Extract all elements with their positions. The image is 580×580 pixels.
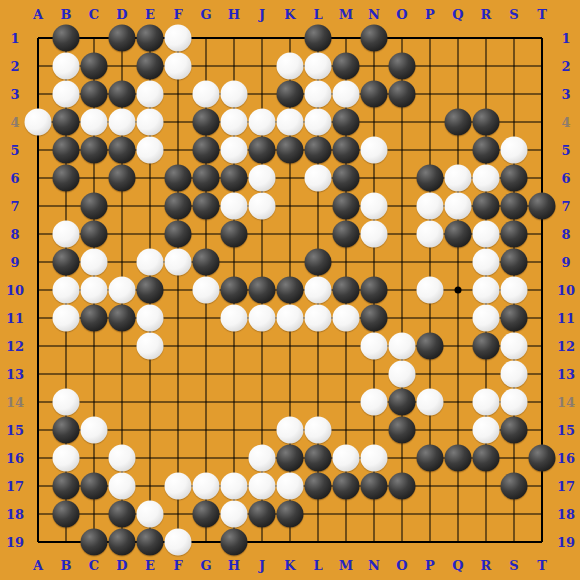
stone-white-M11 <box>333 305 360 332</box>
stone-white-J11 <box>249 305 276 332</box>
stone-black-G18 <box>193 501 220 528</box>
row-label-left-1: 1 <box>10 32 19 45</box>
col-label-top-M: M <box>339 8 353 21</box>
stone-white-R6 <box>473 165 500 192</box>
stone-black-L5 <box>305 137 332 164</box>
stone-white-L11 <box>305 305 332 332</box>
col-label-bottom-N: N <box>368 559 380 572</box>
col-label-top-O: O <box>396 8 407 21</box>
stone-white-K17 <box>277 473 304 500</box>
stone-white-D10 <box>109 277 136 304</box>
stone-white-S5 <box>501 137 528 164</box>
stone-black-S17 <box>501 473 528 500</box>
stone-black-J5 <box>249 137 276 164</box>
stone-black-D6 <box>109 165 136 192</box>
stone-white-J17 <box>249 473 276 500</box>
row-label-right-11: 11 <box>557 312 575 325</box>
stone-white-L15 <box>305 417 332 444</box>
row-label-left-11: 11 <box>6 312 24 325</box>
stone-white-C10 <box>81 277 108 304</box>
stone-white-R9 <box>473 249 500 276</box>
stone-white-E4 <box>137 109 164 136</box>
stone-black-H8 <box>221 221 248 248</box>
row-label-right-12: 12 <box>557 340 575 353</box>
stone-white-B10 <box>53 277 80 304</box>
stone-black-R5 <box>473 137 500 164</box>
row-label-left-9: 9 <box>10 256 19 269</box>
stone-white-F1 <box>165 25 192 52</box>
stone-black-Q4 <box>445 109 472 136</box>
col-label-bottom-C: C <box>89 559 99 572</box>
stone-white-C4 <box>81 109 108 136</box>
row-label-right-3: 3 <box>561 88 570 101</box>
stone-black-M17 <box>333 473 360 500</box>
stone-black-L1 <box>305 25 332 52</box>
col-label-top-Q: Q <box>452 8 463 21</box>
stone-white-P8 <box>417 221 444 248</box>
stone-black-L17 <box>305 473 332 500</box>
row-label-left-13: 13 <box>6 368 24 381</box>
stone-white-O12 <box>389 333 416 360</box>
stone-black-C2 <box>81 53 108 80</box>
row-label-left-14: 14 <box>6 396 24 409</box>
stone-white-F9 <box>165 249 192 276</box>
stone-white-J16 <box>249 445 276 472</box>
stone-white-C9 <box>81 249 108 276</box>
row-label-right-15: 15 <box>557 424 575 437</box>
stone-black-S9 <box>501 249 528 276</box>
row-label-right-19: 19 <box>557 536 575 549</box>
stone-black-M8 <box>333 221 360 248</box>
stone-black-E19 <box>137 529 164 556</box>
stone-white-J7 <box>249 193 276 220</box>
stone-black-D5 <box>109 137 136 164</box>
col-label-bottom-F: F <box>173 559 182 572</box>
stone-white-B16 <box>53 445 80 472</box>
col-label-bottom-R: R <box>481 559 492 572</box>
stone-black-K16 <box>277 445 304 472</box>
row-label-left-12: 12 <box>6 340 24 353</box>
stone-black-H19 <box>221 529 248 556</box>
stone-black-P12 <box>417 333 444 360</box>
row-label-right-9: 9 <box>561 256 570 269</box>
stone-black-G9 <box>193 249 220 276</box>
stone-white-G10 <box>193 277 220 304</box>
stone-black-E2 <box>137 53 164 80</box>
stone-white-H11 <box>221 305 248 332</box>
stone-white-L2 <box>305 53 332 80</box>
col-label-top-P: P <box>425 8 435 21</box>
stone-white-Q7 <box>445 193 472 220</box>
stone-white-B2 <box>53 53 80 80</box>
stone-white-L6 <box>305 165 332 192</box>
row-label-right-13: 13 <box>557 368 575 381</box>
stone-black-P16 <box>417 445 444 472</box>
stone-black-D3 <box>109 81 136 108</box>
stone-black-M5 <box>333 137 360 164</box>
stone-white-M16 <box>333 445 360 472</box>
stone-white-D17 <box>109 473 136 500</box>
col-label-top-A: A <box>33 8 43 21</box>
stone-white-S13 <box>501 361 528 388</box>
stone-black-O2 <box>389 53 416 80</box>
stone-white-L4 <box>305 109 332 136</box>
stone-black-K18 <box>277 501 304 528</box>
stone-black-H6 <box>221 165 248 192</box>
stone-black-F8 <box>165 221 192 248</box>
stone-white-P10 <box>417 277 444 304</box>
stone-white-G17 <box>193 473 220 500</box>
col-label-bottom-G: G <box>200 559 211 572</box>
stone-white-R15 <box>473 417 500 444</box>
stone-black-G7 <box>193 193 220 220</box>
stone-black-D11 <box>109 305 136 332</box>
stone-white-K15 <box>277 417 304 444</box>
stone-white-E12 <box>137 333 164 360</box>
stone-black-M6 <box>333 165 360 192</box>
stone-black-C17 <box>81 473 108 500</box>
stone-white-N14 <box>361 389 388 416</box>
stone-white-G3 <box>193 81 220 108</box>
stone-black-S11 <box>501 305 528 332</box>
col-label-bottom-M: M <box>339 559 353 572</box>
stone-white-N8 <box>361 221 388 248</box>
stone-black-D19 <box>109 529 136 556</box>
stone-white-N5 <box>361 137 388 164</box>
stone-black-R7 <box>473 193 500 220</box>
row-label-left-19: 19 <box>6 536 24 549</box>
stone-white-B3 <box>53 81 80 108</box>
stone-black-S7 <box>501 193 528 220</box>
stone-white-B14 <box>53 389 80 416</box>
stone-white-R11 <box>473 305 500 332</box>
stone-white-Q6 <box>445 165 472 192</box>
col-label-top-F: F <box>173 8 182 21</box>
row-label-right-4: 4 <box>561 116 570 129</box>
stone-black-B17 <box>53 473 80 500</box>
stone-white-J4 <box>249 109 276 136</box>
stone-white-H17 <box>221 473 248 500</box>
stone-white-B11 <box>53 305 80 332</box>
stone-black-O14 <box>389 389 416 416</box>
row-label-left-2: 2 <box>10 60 19 73</box>
col-label-bottom-H: H <box>228 559 240 572</box>
stone-black-D1 <box>109 25 136 52</box>
stone-white-H4 <box>221 109 248 136</box>
stone-black-J10 <box>249 277 276 304</box>
stone-white-J6 <box>249 165 276 192</box>
stone-white-L3 <box>305 81 332 108</box>
star-point-Q10 <box>455 287 462 294</box>
row-label-left-6: 6 <box>10 172 19 185</box>
stone-black-S6 <box>501 165 528 192</box>
stone-white-S12 <box>501 333 528 360</box>
stone-white-E5 <box>137 137 164 164</box>
col-label-top-R: R <box>481 8 492 21</box>
row-label-left-4: 4 <box>10 116 19 129</box>
stone-black-O3 <box>389 81 416 108</box>
stone-black-H10 <box>221 277 248 304</box>
col-label-bottom-Q: Q <box>452 559 463 572</box>
stone-black-E1 <box>137 25 164 52</box>
col-label-top-N: N <box>368 8 380 21</box>
row-label-right-17: 17 <box>557 480 575 493</box>
stone-black-B4 <box>53 109 80 136</box>
stone-black-R4 <box>473 109 500 136</box>
stone-black-G4 <box>193 109 220 136</box>
stone-black-E10 <box>137 277 164 304</box>
stone-white-D16 <box>109 445 136 472</box>
row-label-right-2: 2 <box>561 60 570 73</box>
stone-black-N3 <box>361 81 388 108</box>
col-label-bottom-K: K <box>284 559 295 572</box>
col-label-bottom-P: P <box>425 559 435 572</box>
col-label-bottom-B: B <box>61 559 72 572</box>
stone-black-C19 <box>81 529 108 556</box>
stone-black-C8 <box>81 221 108 248</box>
stone-white-H5 <box>221 137 248 164</box>
stone-white-M3 <box>333 81 360 108</box>
stone-black-C3 <box>81 81 108 108</box>
col-label-top-H: H <box>228 8 240 21</box>
stone-black-M2 <box>333 53 360 80</box>
row-label-right-6: 6 <box>561 172 570 185</box>
stone-black-C7 <box>81 193 108 220</box>
stone-black-F7 <box>165 193 192 220</box>
col-label-bottom-O: O <box>396 559 407 572</box>
stone-black-K3 <box>277 81 304 108</box>
stone-white-P7 <box>417 193 444 220</box>
stone-black-N10 <box>361 277 388 304</box>
stone-white-N7 <box>361 193 388 220</box>
stone-white-R14 <box>473 389 500 416</box>
col-label-bottom-E: E <box>145 559 155 572</box>
stone-black-C5 <box>81 137 108 164</box>
col-label-top-G: G <box>200 8 211 21</box>
row-label-left-8: 8 <box>10 228 19 241</box>
stone-white-P14 <box>417 389 444 416</box>
row-label-right-5: 5 <box>561 144 570 157</box>
stone-black-B5 <box>53 137 80 164</box>
stone-black-T7 <box>529 193 556 220</box>
col-label-bottom-A: A <box>33 559 43 572</box>
stone-black-B9 <box>53 249 80 276</box>
row-label-left-15: 15 <box>6 424 24 437</box>
col-label-top-B: B <box>61 8 72 21</box>
stone-white-K4 <box>277 109 304 136</box>
stone-black-Q16 <box>445 445 472 472</box>
stone-black-B15 <box>53 417 80 444</box>
stone-white-B8 <box>53 221 80 248</box>
stone-white-C15 <box>81 417 108 444</box>
col-label-top-L: L <box>313 8 322 21</box>
col-label-top-C: C <box>89 8 99 21</box>
stone-white-R8 <box>473 221 500 248</box>
stone-black-O15 <box>389 417 416 444</box>
stone-black-L16 <box>305 445 332 472</box>
row-label-right-10: 10 <box>557 284 575 297</box>
stone-black-N1 <box>361 25 388 52</box>
stone-black-F6 <box>165 165 192 192</box>
row-label-left-16: 16 <box>6 452 24 465</box>
stone-white-E18 <box>137 501 164 528</box>
stone-white-H7 <box>221 193 248 220</box>
stone-black-S15 <box>501 417 528 444</box>
stone-black-B6 <box>53 165 80 192</box>
stone-black-M10 <box>333 277 360 304</box>
row-label-left-17: 17 <box>6 480 24 493</box>
stone-black-N17 <box>361 473 388 500</box>
go-board[interactable]: AABBCCDDEEFFGGHHJJKKLLMMNNOOPPQQRRSSTT11… <box>0 0 580 580</box>
stone-black-O17 <box>389 473 416 500</box>
stone-black-B18 <box>53 501 80 528</box>
stone-black-K10 <box>277 277 304 304</box>
stone-white-S10 <box>501 277 528 304</box>
stone-black-B1 <box>53 25 80 52</box>
row-label-left-10: 10 <box>6 284 24 297</box>
col-label-top-J: J <box>259 8 265 21</box>
stone-white-F2 <box>165 53 192 80</box>
stone-black-M7 <box>333 193 360 220</box>
col-label-bottom-S: S <box>509 559 518 572</box>
stone-black-D18 <box>109 501 136 528</box>
col-label-top-K: K <box>284 8 295 21</box>
col-label-bottom-D: D <box>116 559 127 572</box>
row-label-left-18: 18 <box>6 508 24 521</box>
col-label-bottom-T: T <box>537 559 547 572</box>
stone-black-T16 <box>529 445 556 472</box>
stone-black-M4 <box>333 109 360 136</box>
stone-black-R12 <box>473 333 500 360</box>
col-label-top-T: T <box>537 8 547 21</box>
row-label-left-3: 3 <box>10 88 19 101</box>
row-label-left-5: 5 <box>10 144 19 157</box>
stone-white-D4 <box>109 109 136 136</box>
stone-black-G6 <box>193 165 220 192</box>
stone-white-K2 <box>277 53 304 80</box>
stone-black-C11 <box>81 305 108 332</box>
stone-black-P6 <box>417 165 444 192</box>
stone-white-E3 <box>137 81 164 108</box>
row-label-right-8: 8 <box>561 228 570 241</box>
stone-white-H18 <box>221 501 248 528</box>
stone-white-H3 <box>221 81 248 108</box>
row-label-right-18: 18 <box>557 508 575 521</box>
stone-white-S14 <box>501 389 528 416</box>
col-label-top-E: E <box>145 8 155 21</box>
stone-white-K11 <box>277 305 304 332</box>
stone-white-L10 <box>305 277 332 304</box>
stone-black-L9 <box>305 249 332 276</box>
row-label-right-14: 14 <box>557 396 575 409</box>
stone-black-N11 <box>361 305 388 332</box>
row-label-right-1: 1 <box>561 32 570 45</box>
stone-black-S8 <box>501 221 528 248</box>
col-label-top-D: D <box>116 8 127 21</box>
stone-white-F17 <box>165 473 192 500</box>
row-label-right-7: 7 <box>561 200 570 213</box>
col-label-top-S: S <box>509 8 518 21</box>
stone-white-E11 <box>137 305 164 332</box>
stone-black-R16 <box>473 445 500 472</box>
stone-white-N12 <box>361 333 388 360</box>
row-label-right-16: 16 <box>557 452 575 465</box>
col-label-bottom-J: J <box>259 559 265 572</box>
stone-white-F19 <box>165 529 192 556</box>
stone-white-E9 <box>137 249 164 276</box>
stone-white-A4 <box>25 109 52 136</box>
col-label-bottom-L: L <box>313 559 322 572</box>
stone-black-K5 <box>277 137 304 164</box>
stone-white-N16 <box>361 445 388 472</box>
stone-white-R10 <box>473 277 500 304</box>
row-label-left-7: 7 <box>10 200 19 213</box>
stone-black-G5 <box>193 137 220 164</box>
stone-white-O13 <box>389 361 416 388</box>
stone-black-Q8 <box>445 221 472 248</box>
stone-black-J18 <box>249 501 276 528</box>
